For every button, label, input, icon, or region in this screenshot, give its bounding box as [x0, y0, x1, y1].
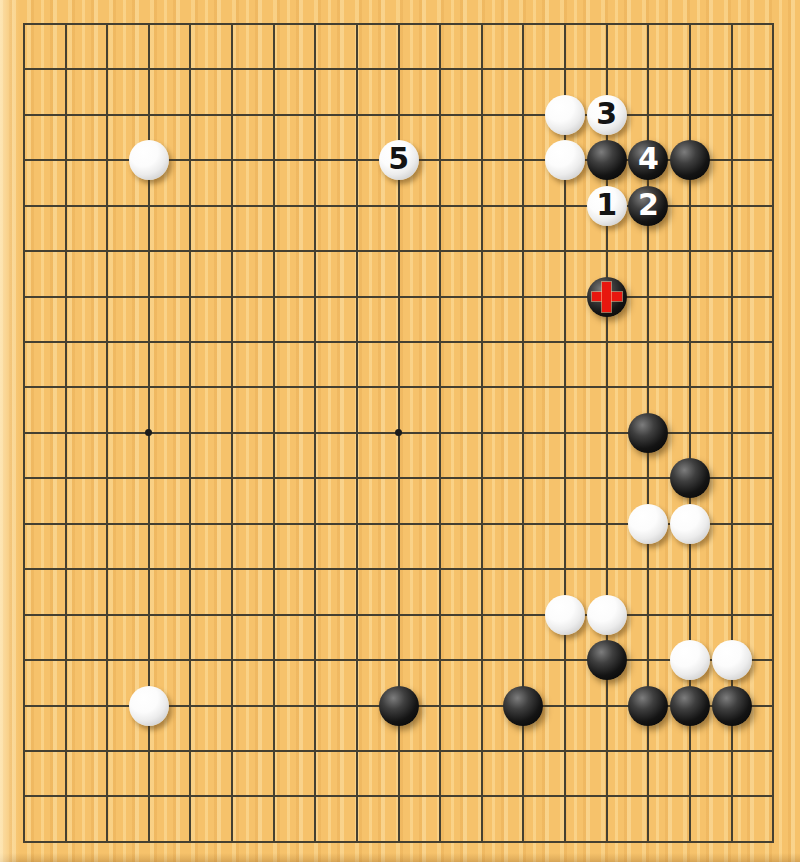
board-intersection[interactable] [378, 47, 420, 92]
board-intersection[interactable] [503, 592, 545, 637]
board-intersection[interactable] [586, 274, 628, 319]
board-intersection[interactable] [461, 501, 503, 546]
board-intersection[interactable] [586, 456, 628, 501]
board-intersection[interactable] [503, 683, 545, 728]
board-intersection[interactable] [752, 456, 794, 501]
board-intersection[interactable] [170, 547, 212, 592]
board-intersection[interactable] [45, 547, 87, 592]
board-intersection[interactable] [295, 592, 337, 637]
board-intersection[interactable] [253, 92, 295, 137]
board-intersection[interactable]: 4 [628, 138, 670, 183]
board-intersection[interactable] [211, 138, 253, 183]
board-intersection[interactable] [669, 728, 711, 773]
board-intersection[interactable] [544, 592, 586, 637]
board-intersection[interactable] [253, 319, 295, 364]
board-intersection[interactable] [86, 319, 128, 364]
board-intersection[interactable] [336, 819, 378, 862]
board-intersection[interactable] [211, 410, 253, 455]
board-intersection[interactable] [628, 819, 670, 862]
board-intersection[interactable] [378, 365, 420, 410]
board-intersection[interactable] [503, 319, 545, 364]
board-intersection[interactable] [86, 1, 128, 46]
board-intersection[interactable] [669, 774, 711, 819]
board-intersection[interactable] [669, 365, 711, 410]
board-intersection[interactable] [378, 547, 420, 592]
board-intersection[interactable] [378, 1, 420, 46]
board-intersection[interactable] [211, 228, 253, 273]
board-intersection[interactable] [461, 228, 503, 273]
board-intersection[interactable] [544, 47, 586, 92]
board-intersection[interactable] [336, 410, 378, 455]
board-intersection[interactable] [419, 228, 461, 273]
board-intersection[interactable] [170, 47, 212, 92]
board-intersection[interactable] [544, 183, 586, 228]
board-intersection[interactable] [3, 501, 45, 546]
board-intersection[interactable] [336, 319, 378, 364]
board-intersection[interactable] [295, 274, 337, 319]
board-intersection[interactable] [253, 774, 295, 819]
board-intersection[interactable] [295, 456, 337, 501]
board-intersection[interactable] [419, 683, 461, 728]
board-intersection[interactable] [295, 92, 337, 137]
board-intersection[interactable] [461, 547, 503, 592]
board-intersection[interactable] [211, 683, 253, 728]
board-intersection[interactable] [628, 1, 670, 46]
board-intersection[interactable]: 1 [586, 183, 628, 228]
board-intersection[interactable] [752, 274, 794, 319]
board-intersection[interactable] [86, 183, 128, 228]
board-intersection[interactable] [669, 228, 711, 273]
board-intersection[interactable] [419, 547, 461, 592]
board-intersection[interactable] [170, 456, 212, 501]
board-intersection[interactable] [378, 774, 420, 819]
board-intersection[interactable] [170, 410, 212, 455]
board-intersection[interactable] [211, 365, 253, 410]
board-intersection[interactable] [586, 683, 628, 728]
board-intersection[interactable] [128, 592, 170, 637]
board-intersection[interactable] [544, 683, 586, 728]
board-intersection[interactable] [544, 501, 586, 546]
board-intersection[interactable] [461, 456, 503, 501]
board-intersection[interactable] [128, 547, 170, 592]
board-intersection[interactable] [419, 274, 461, 319]
board-intersection[interactable] [86, 92, 128, 137]
board-intersection[interactable] [419, 501, 461, 546]
board-intersection[interactable] [45, 1, 87, 46]
board-intersection[interactable] [378, 183, 420, 228]
board-intersection[interactable] [711, 228, 753, 273]
board-intersection[interactable] [211, 1, 253, 46]
board-intersection[interactable] [711, 774, 753, 819]
board-intersection[interactable] [669, 637, 711, 682]
board-intersection[interactable] [170, 728, 212, 773]
board-intersection[interactable] [295, 774, 337, 819]
board-intersection[interactable] [544, 456, 586, 501]
board-intersection[interactable] [3, 637, 45, 682]
board-intersection[interactable]: 5 [378, 138, 420, 183]
board-intersection[interactable] [253, 456, 295, 501]
board-intersection[interactable] [752, 728, 794, 773]
board-intersection[interactable] [628, 365, 670, 410]
board-intersection[interactable] [752, 410, 794, 455]
board-intersection[interactable] [3, 183, 45, 228]
board-intersection[interactable] [170, 819, 212, 862]
board-intersection[interactable] [503, 1, 545, 46]
board-intersection[interactable] [336, 774, 378, 819]
board-intersection[interactable] [170, 138, 212, 183]
board-intersection[interactable] [461, 683, 503, 728]
board-intersection[interactable] [669, 683, 711, 728]
board-intersection[interactable] [503, 274, 545, 319]
board-intersection[interactable] [295, 47, 337, 92]
board-intersection[interactable] [378, 319, 420, 364]
board-intersection[interactable] [586, 228, 628, 273]
board-intersection[interactable] [86, 547, 128, 592]
board-intersection[interactable] [378, 683, 420, 728]
board-intersection[interactable] [253, 183, 295, 228]
board-intersection[interactable] [170, 637, 212, 682]
board-intersection[interactable] [752, 138, 794, 183]
board-intersection[interactable] [86, 774, 128, 819]
board-intersection[interactable] [503, 501, 545, 546]
board-intersection[interactable] [586, 637, 628, 682]
board-intersection[interactable] [378, 92, 420, 137]
board-intersection[interactable] [544, 410, 586, 455]
board-intersection[interactable] [711, 728, 753, 773]
board-intersection[interactable] [211, 819, 253, 862]
board-intersection[interactable] [211, 183, 253, 228]
board-intersection[interactable] [419, 319, 461, 364]
board-intersection[interactable]: 2 [628, 183, 670, 228]
board-intersection[interactable] [586, 547, 628, 592]
board-intersection[interactable] [628, 501, 670, 546]
board-intersection[interactable] [711, 138, 753, 183]
board-intersection[interactable] [752, 183, 794, 228]
board-intersection[interactable] [336, 501, 378, 546]
board-intersection[interactable] [295, 637, 337, 682]
board-intersection[interactable] [586, 410, 628, 455]
board-intersection[interactable] [45, 456, 87, 501]
board-intersection[interactable] [628, 547, 670, 592]
board-intersection[interactable] [86, 47, 128, 92]
board-intersection[interactable] [628, 274, 670, 319]
board-intersection[interactable] [419, 1, 461, 46]
board-intersection[interactable] [3, 1, 45, 46]
board-intersection[interactable] [3, 547, 45, 592]
board-intersection[interactable] [295, 819, 337, 862]
board-intersection[interactable] [295, 183, 337, 228]
board-intersection[interactable] [378, 228, 420, 273]
board-intersection[interactable] [669, 138, 711, 183]
board-intersection[interactable] [336, 1, 378, 46]
board-intersection[interactable] [45, 138, 87, 183]
board-intersection[interactable] [669, 547, 711, 592]
board-intersection[interactable] [628, 683, 670, 728]
board-intersection[interactable] [628, 228, 670, 273]
board-intersection[interactable] [503, 47, 545, 92]
board-intersection[interactable] [711, 592, 753, 637]
board-intersection[interactable] [752, 683, 794, 728]
board-intersection[interactable] [295, 728, 337, 773]
board-intersection[interactable] [128, 183, 170, 228]
board-intersection[interactable] [253, 274, 295, 319]
board-intersection[interactable] [253, 637, 295, 682]
board-intersection[interactable] [3, 456, 45, 501]
board-intersection[interactable] [86, 274, 128, 319]
board-intersection[interactable] [669, 92, 711, 137]
board-intersection[interactable] [669, 319, 711, 364]
board-intersection[interactable] [295, 138, 337, 183]
board-intersection[interactable] [3, 683, 45, 728]
board-intersection[interactable] [45, 592, 87, 637]
board-intersection[interactable] [170, 274, 212, 319]
board-intersection[interactable] [336, 547, 378, 592]
board-intersection[interactable] [752, 592, 794, 637]
board-intersection[interactable] [752, 1, 794, 46]
board-intersection[interactable] [628, 592, 670, 637]
board-intersection[interactable] [170, 683, 212, 728]
board-intersection[interactable] [586, 501, 628, 546]
board-intersection[interactable] [419, 637, 461, 682]
board-intersection[interactable] [3, 92, 45, 137]
board-intersection[interactable] [336, 456, 378, 501]
board-intersection[interactable] [711, 319, 753, 364]
board-intersection[interactable] [253, 410, 295, 455]
board-intersection[interactable] [336, 92, 378, 137]
board-intersection[interactable] [378, 819, 420, 862]
board-intersection[interactable] [211, 47, 253, 92]
board-intersection[interactable] [503, 365, 545, 410]
board-intersection[interactable] [211, 501, 253, 546]
board-intersection[interactable] [3, 319, 45, 364]
board-intersection[interactable] [544, 774, 586, 819]
board-intersection[interactable] [586, 819, 628, 862]
board-intersection[interactable] [253, 138, 295, 183]
board-intersection[interactable] [336, 683, 378, 728]
board-intersection[interactable] [669, 274, 711, 319]
board-intersection[interactable] [378, 728, 420, 773]
board-intersection[interactable] [669, 47, 711, 92]
board-intersection[interactable] [711, 183, 753, 228]
board-intersection[interactable] [128, 319, 170, 364]
board-intersection[interactable] [170, 1, 212, 46]
board-intersection[interactable] [3, 274, 45, 319]
board-intersection[interactable] [128, 410, 170, 455]
board-intersection[interactable] [378, 274, 420, 319]
board-intersection[interactable] [336, 728, 378, 773]
board-intersection[interactable] [461, 728, 503, 773]
board-intersection[interactable] [3, 228, 45, 273]
board-intersection[interactable] [544, 637, 586, 682]
board-intersection[interactable] [503, 728, 545, 773]
board-intersection[interactable] [503, 228, 545, 273]
board-intersection[interactable] [544, 228, 586, 273]
board-intersection[interactable] [170, 774, 212, 819]
board-intersection[interactable] [3, 728, 45, 773]
board-intersection[interactable] [586, 1, 628, 46]
board-intersection[interactable] [419, 365, 461, 410]
board-intersection[interactable] [628, 410, 670, 455]
board-intersection[interactable] [45, 319, 87, 364]
board-intersection[interactable] [461, 92, 503, 137]
board-intersection[interactable] [419, 92, 461, 137]
board-intersection[interactable] [669, 592, 711, 637]
board-intersection[interactable] [419, 592, 461, 637]
board-intersection[interactable] [461, 410, 503, 455]
board-intersection[interactable] [86, 138, 128, 183]
board-intersection[interactable] [503, 774, 545, 819]
board-intersection[interactable] [544, 728, 586, 773]
board-intersection[interactable] [211, 319, 253, 364]
board-intersection[interactable] [253, 819, 295, 862]
board-intersection[interactable] [378, 592, 420, 637]
board-intersection[interactable] [128, 228, 170, 273]
board-intersection[interactable] [378, 456, 420, 501]
board-intersection[interactable] [170, 592, 212, 637]
board-intersection[interactable] [669, 456, 711, 501]
board-intersection[interactable] [170, 365, 212, 410]
board-intersection[interactable] [128, 774, 170, 819]
board-intersection[interactable] [503, 92, 545, 137]
board-intersection[interactable] [3, 774, 45, 819]
board-intersection[interactable] [752, 365, 794, 410]
board-intersection[interactable] [544, 274, 586, 319]
board-intersection[interactable] [253, 501, 295, 546]
board-intersection[interactable] [669, 183, 711, 228]
board-intersection[interactable] [461, 319, 503, 364]
board-intersection[interactable] [419, 456, 461, 501]
board-intersection[interactable] [503, 138, 545, 183]
board-intersection[interactable] [253, 47, 295, 92]
board-intersection[interactable] [711, 456, 753, 501]
board-intersection[interactable] [419, 138, 461, 183]
board-intersection[interactable] [253, 365, 295, 410]
board-intersection[interactable] [628, 456, 670, 501]
board-intersection[interactable] [752, 319, 794, 364]
board-intersection[interactable] [711, 1, 753, 46]
board-intersection[interactable] [336, 47, 378, 92]
board-intersection[interactable] [128, 456, 170, 501]
board-intersection[interactable] [336, 592, 378, 637]
board-intersection[interactable] [86, 819, 128, 862]
board-intersection[interactable] [503, 547, 545, 592]
board-intersection[interactable] [461, 183, 503, 228]
board-intersection[interactable] [461, 819, 503, 862]
board-intersection[interactable] [45, 637, 87, 682]
board-intersection[interactable] [128, 728, 170, 773]
board-intersection[interactable] [336, 228, 378, 273]
board-intersection[interactable] [3, 410, 45, 455]
board-intersection[interactable] [419, 47, 461, 92]
board-intersection[interactable] [253, 1, 295, 46]
board-intersection[interactable] [128, 637, 170, 682]
board-intersection[interactable] [86, 410, 128, 455]
board-intersection[interactable] [503, 456, 545, 501]
board-intersection[interactable] [128, 92, 170, 137]
board-intersection[interactable] [586, 319, 628, 364]
board-intersection[interactable] [295, 410, 337, 455]
board-intersection[interactable] [586, 592, 628, 637]
board-intersection[interactable] [752, 501, 794, 546]
board-intersection[interactable] [211, 774, 253, 819]
board-intersection[interactable] [45, 183, 87, 228]
board-intersection[interactable] [752, 819, 794, 862]
board-intersection[interactable] [711, 819, 753, 862]
board-intersection[interactable] [128, 683, 170, 728]
board-intersection[interactable] [628, 47, 670, 92]
board-intersection[interactable] [86, 683, 128, 728]
board-intersection[interactable] [461, 365, 503, 410]
board-intersection[interactable] [419, 183, 461, 228]
board-intersection[interactable] [211, 637, 253, 682]
board-intersection[interactable] [3, 47, 45, 92]
board-intersection[interactable] [752, 92, 794, 137]
board-intersection[interactable] [628, 774, 670, 819]
board-intersection[interactable] [170, 92, 212, 137]
board-intersection[interactable] [336, 274, 378, 319]
board-intersection[interactable] [669, 501, 711, 546]
board-intersection[interactable] [336, 138, 378, 183]
board-intersection[interactable] [544, 547, 586, 592]
board-intersection[interactable] [461, 637, 503, 682]
board-intersection[interactable] [45, 228, 87, 273]
board-intersection[interactable] [170, 228, 212, 273]
board-intersection[interactable] [461, 774, 503, 819]
board-intersection[interactable] [253, 228, 295, 273]
board-intersection[interactable] [128, 1, 170, 46]
board-intersection[interactable] [628, 728, 670, 773]
board-intersection[interactable] [711, 683, 753, 728]
board-intersection[interactable] [544, 819, 586, 862]
board-intersection[interactable] [86, 228, 128, 273]
board-intersection[interactable] [128, 501, 170, 546]
board-intersection[interactable] [86, 456, 128, 501]
board-intersection[interactable] [86, 637, 128, 682]
board-intersection[interactable] [211, 92, 253, 137]
board-intersection[interactable] [752, 47, 794, 92]
board-intersection[interactable] [3, 365, 45, 410]
board-intersection[interactable] [503, 410, 545, 455]
board-intersection[interactable] [45, 728, 87, 773]
board-intersection[interactable] [711, 547, 753, 592]
board-intersection[interactable] [461, 1, 503, 46]
board-intersection[interactable] [295, 228, 337, 273]
board-intersection[interactable] [628, 637, 670, 682]
board-intersection[interactable] [586, 365, 628, 410]
board-intersection[interactable] [669, 410, 711, 455]
board-intersection[interactable] [336, 637, 378, 682]
board-intersection[interactable] [752, 547, 794, 592]
board-intersection[interactable] [711, 365, 753, 410]
board-intersection[interactable] [45, 365, 87, 410]
board-intersection[interactable] [253, 683, 295, 728]
board-intersection[interactable] [752, 228, 794, 273]
board-intersection[interactable] [586, 728, 628, 773]
board-intersection[interactable] [461, 274, 503, 319]
board-intersection[interactable] [128, 274, 170, 319]
board-intersection[interactable]: 3 [586, 92, 628, 137]
board-intersection[interactable] [295, 1, 337, 46]
board-intersection[interactable] [45, 274, 87, 319]
board-intersection[interactable] [503, 637, 545, 682]
board-intersection[interactable] [86, 365, 128, 410]
board-intersection[interactable] [45, 819, 87, 862]
board-intersection[interactable] [586, 47, 628, 92]
board-intersection[interactable] [544, 92, 586, 137]
board-intersection[interactable] [544, 319, 586, 364]
board-intersection[interactable] [253, 547, 295, 592]
board-intersection[interactable] [378, 637, 420, 682]
